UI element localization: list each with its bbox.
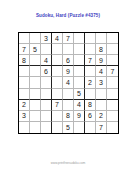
cell-r9c1 <box>19 122 30 133</box>
cell-r9c6 <box>74 122 85 133</box>
cell-r9c9 <box>107 122 118 133</box>
cell-r5c7: 2 <box>85 77 96 88</box>
cell-r9c5: 5 <box>63 122 74 133</box>
cell-r7c6: 4 <box>74 100 85 111</box>
cell-r2c1: 7 <box>19 44 30 55</box>
cell-r2c3 <box>41 44 52 55</box>
cell-r8c2 <box>30 111 41 122</box>
cell-r8c3 <box>41 111 52 122</box>
cell-r1c7 <box>85 33 96 44</box>
cell-r2c9 <box>107 44 118 55</box>
cell-r6c3 <box>41 89 52 100</box>
cell-r6c8 <box>96 89 107 100</box>
cell-r7c4: 7 <box>52 100 63 111</box>
cell-r2c8: 8 <box>96 44 107 55</box>
cell-r3c5: 6 <box>63 55 74 66</box>
cell-r2c4 <box>52 44 63 55</box>
cell-r6c7 <box>85 89 96 100</box>
cell-r9c7 <box>85 122 96 133</box>
cell-r9c3 <box>41 122 52 133</box>
cell-r6c5 <box>63 89 74 100</box>
cell-r2c5 <box>63 44 74 55</box>
cell-r5c6 <box>74 77 85 88</box>
cell-r6c2 <box>30 89 41 100</box>
cell-r4c3: 6 <box>41 66 52 77</box>
cell-r6c4 <box>52 89 63 100</box>
cell-r4c5: 9 <box>63 66 74 77</box>
cell-r5c4 <box>52 77 63 88</box>
cell-r4c6 <box>74 66 85 77</box>
cell-r9c4 <box>52 122 63 133</box>
cell-r8c8: 2 <box>96 111 107 122</box>
cell-r1c6 <box>74 33 85 44</box>
cell-r2c7 <box>85 44 96 55</box>
cell-r3c1: 8 <box>19 55 30 66</box>
cell-r1c8 <box>96 33 107 44</box>
cell-r1c2 <box>30 33 41 44</box>
cell-r9c2 <box>30 122 41 133</box>
cell-r7c9 <box>107 100 118 111</box>
cell-r7c1: 2 <box>19 100 30 111</box>
cell-r8c6: 9 <box>74 111 85 122</box>
cell-r3c7: 7 <box>85 55 96 66</box>
cell-r7c7: 8 <box>85 100 96 111</box>
cell-r3c9 <box>107 55 118 66</box>
cell-r5c3 <box>41 77 52 88</box>
cell-r3c3: 4 <box>41 55 52 66</box>
cell-r6c6: 5 <box>74 89 85 100</box>
cell-r5c9 <box>107 77 118 88</box>
cell-r5c2 <box>30 77 41 88</box>
cell-r1c5: 7 <box>63 33 74 44</box>
cell-r1c9 <box>107 33 118 44</box>
cell-r4c1 <box>19 66 30 77</box>
cell-r1c4: 4 <box>52 33 63 44</box>
cell-r2c2: 5 <box>30 44 41 55</box>
cell-r5c5: 4 <box>63 77 74 88</box>
cell-r6c1 <box>19 89 30 100</box>
cell-r8c5: 8 <box>63 111 74 122</box>
cell-r9c8: 7 <box>96 122 107 133</box>
cell-r8c4 <box>52 111 63 122</box>
cell-r3c2 <box>30 55 41 66</box>
page-title: Sudoku, Hard (Puzzle #4375) <box>0 13 136 18</box>
cell-r1c1 <box>19 33 30 44</box>
cell-r8c7: 6 <box>85 111 96 122</box>
cell-r3c8: 9 <box>96 55 107 66</box>
cell-r7c8 <box>96 100 107 111</box>
cell-r4c7 <box>85 66 96 77</box>
cell-r4c9: 7 <box>107 66 118 77</box>
cell-r7c5 <box>63 100 74 111</box>
cell-r4c2 <box>30 66 41 77</box>
cell-r1c3: 3 <box>41 33 52 44</box>
cell-r5c1 <box>19 77 30 88</box>
cell-r3c6 <box>74 55 85 66</box>
cell-r4c8: 4 <box>96 66 107 77</box>
cell-r7c2 <box>30 100 41 111</box>
cell-r8c9 <box>107 111 118 122</box>
cell-r2c6 <box>74 44 85 55</box>
cell-r8c1: 3 <box>19 111 30 122</box>
cell-r5c8: 3 <box>96 77 107 88</box>
cell-r4c4 <box>52 66 63 77</box>
cell-r7c3 <box>41 100 52 111</box>
cell-r3c4 <box>52 55 63 66</box>
footer-url: www.printfreesudoku.com <box>0 161 136 165</box>
cell-r6c9 <box>107 89 118 100</box>
sudoku-grid: 347758846796947423527483896257 <box>18 32 119 134</box>
